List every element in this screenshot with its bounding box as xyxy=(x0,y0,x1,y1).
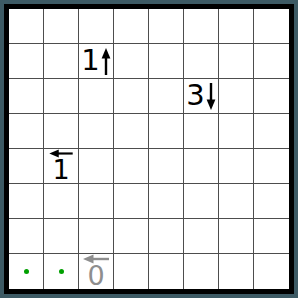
clue-number: 1 xyxy=(52,156,69,183)
empty-cell[interactable] xyxy=(114,79,149,114)
empty-cell[interactable] xyxy=(114,254,149,289)
clue-3-down: 3 xyxy=(184,79,218,113)
green-dot-mark xyxy=(24,269,29,274)
empty-cell[interactable] xyxy=(114,184,149,219)
empty-cell[interactable] xyxy=(254,79,289,114)
green-dot-mark xyxy=(59,269,64,274)
empty-cell[interactable] xyxy=(219,219,254,254)
clue-cell: 1 xyxy=(79,44,114,79)
empty-cell[interactable] xyxy=(219,114,254,149)
empty-cell[interactable] xyxy=(114,219,149,254)
empty-cell[interactable] xyxy=(149,184,184,219)
empty-cell[interactable] xyxy=(9,184,44,219)
board-frame: 1310 xyxy=(4,4,294,294)
down-arrow-icon xyxy=(206,83,216,110)
empty-cell[interactable] xyxy=(219,44,254,79)
clue-1-left: 1 xyxy=(44,149,78,183)
empty-cell[interactable] xyxy=(9,219,44,254)
clue-number: 1 xyxy=(81,46,99,75)
empty-cell[interactable] xyxy=(184,149,219,184)
empty-cell[interactable] xyxy=(114,114,149,149)
empty-cell[interactable] xyxy=(9,44,44,79)
empty-cell[interactable] xyxy=(254,184,289,219)
marked-cell[interactable] xyxy=(44,254,79,289)
empty-cell[interactable] xyxy=(219,9,254,44)
empty-cell[interactable] xyxy=(44,184,79,219)
empty-cell[interactable] xyxy=(44,9,79,44)
empty-cell[interactable] xyxy=(184,219,219,254)
empty-cell[interactable] xyxy=(254,114,289,149)
empty-cell[interactable] xyxy=(184,9,219,44)
empty-cell[interactable] xyxy=(79,149,114,184)
yajilin-puzzle-screen: 1310 xyxy=(0,0,298,298)
empty-cell[interactable] xyxy=(184,114,219,149)
empty-cell[interactable] xyxy=(44,79,79,114)
empty-cell[interactable] xyxy=(79,9,114,44)
empty-cell[interactable] xyxy=(149,79,184,114)
empty-cell[interactable] xyxy=(79,219,114,254)
empty-cell[interactable] xyxy=(219,149,254,184)
clue-cell: 1 xyxy=(44,149,79,184)
empty-cell[interactable] xyxy=(184,44,219,79)
empty-cell[interactable] xyxy=(254,44,289,79)
empty-cell[interactable] xyxy=(184,184,219,219)
clue-cell: 3 xyxy=(184,79,219,114)
empty-cell[interactable] xyxy=(219,184,254,219)
empty-cell[interactable] xyxy=(149,219,184,254)
yajilin-board: 1310 xyxy=(9,9,289,289)
empty-cell[interactable] xyxy=(254,219,289,254)
empty-cell[interactable] xyxy=(149,44,184,79)
empty-cell[interactable] xyxy=(9,114,44,149)
clue-cell: 0 xyxy=(79,254,114,289)
empty-cell[interactable] xyxy=(79,79,114,114)
empty-cell[interactable] xyxy=(9,79,44,114)
empty-cell[interactable] xyxy=(44,44,79,79)
empty-cell[interactable] xyxy=(254,149,289,184)
empty-cell[interactable] xyxy=(184,254,219,289)
empty-cell[interactable] xyxy=(114,44,149,79)
empty-cell[interactable] xyxy=(9,149,44,184)
empty-cell[interactable] xyxy=(79,114,114,149)
empty-cell[interactable] xyxy=(219,254,254,289)
clue-number: 3 xyxy=(186,81,204,110)
empty-cell[interactable] xyxy=(44,219,79,254)
marked-cell[interactable] xyxy=(9,254,44,289)
up-arrow-icon xyxy=(101,48,111,75)
empty-cell[interactable] xyxy=(254,9,289,44)
empty-cell[interactable] xyxy=(149,149,184,184)
empty-cell[interactable] xyxy=(149,254,184,289)
clue-0-left: 0 xyxy=(79,254,113,289)
empty-cell[interactable] xyxy=(79,184,114,219)
empty-cell[interactable] xyxy=(9,9,44,44)
empty-cell[interactable] xyxy=(114,149,149,184)
clue-1-up: 1 xyxy=(79,44,113,78)
empty-cell[interactable] xyxy=(114,9,149,44)
empty-cell[interactable] xyxy=(254,254,289,289)
empty-cell[interactable] xyxy=(219,79,254,114)
empty-cell[interactable] xyxy=(149,114,184,149)
clue-number: 0 xyxy=(87,262,104,289)
empty-cell[interactable] xyxy=(149,9,184,44)
empty-cell[interactable] xyxy=(44,114,79,149)
